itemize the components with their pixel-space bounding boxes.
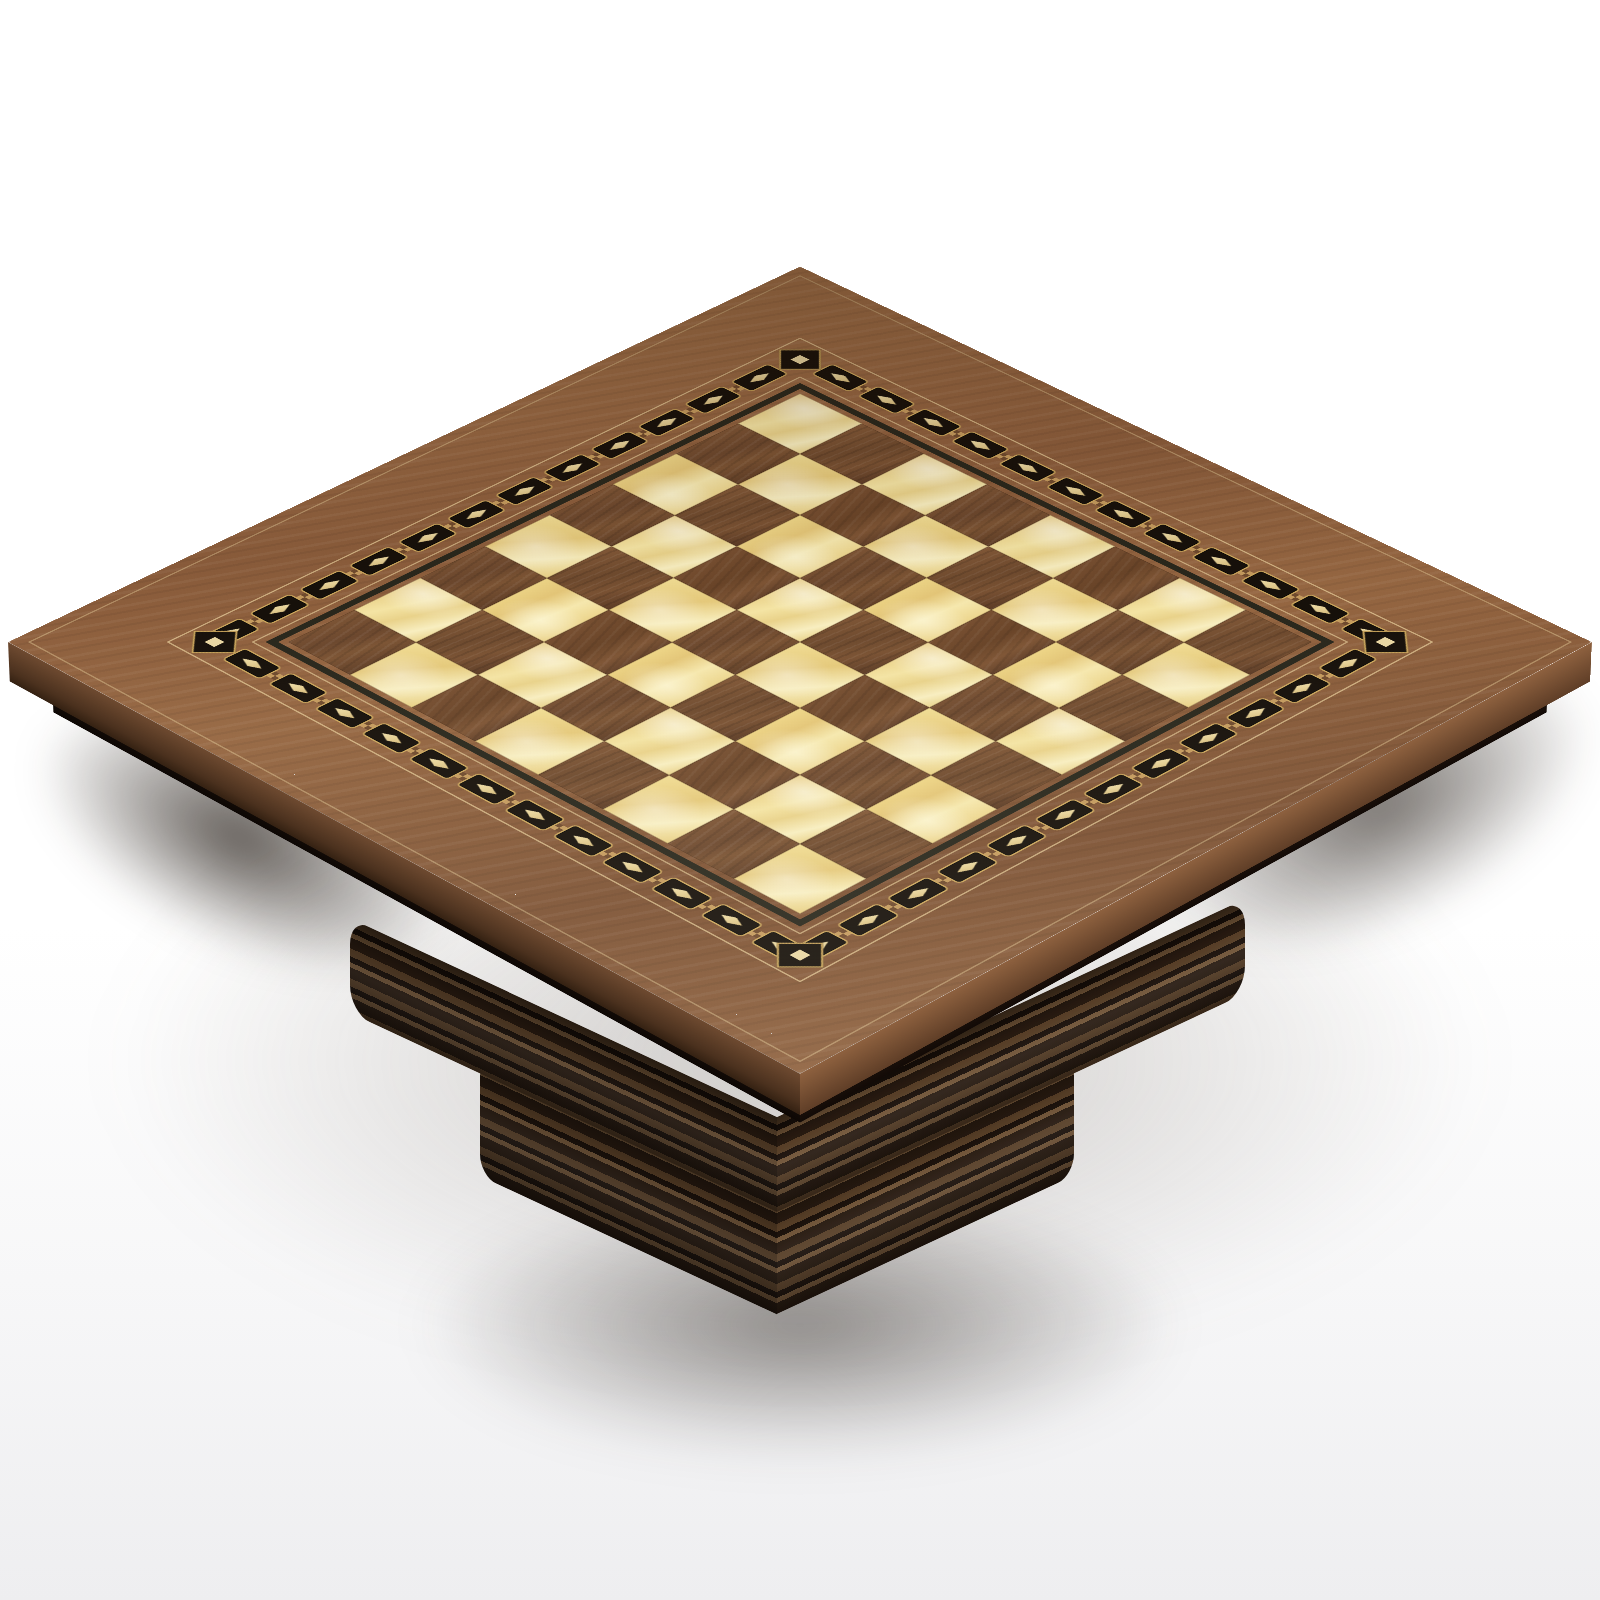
inlay-diamond <box>377 731 406 746</box>
square-e4 <box>736 642 865 708</box>
inlay-motif <box>1082 773 1145 806</box>
inlay-motif <box>650 876 715 910</box>
inlay-checker <box>502 797 519 806</box>
inlay-corner-right <box>1362 631 1408 653</box>
inlay-band-far-right-side <box>804 644 1386 954</box>
inlay-diamond <box>472 781 501 796</box>
inlay-diamond <box>1050 807 1080 823</box>
lighting-sheen <box>8 266 1592 1073</box>
square-e3 <box>671 675 800 741</box>
inlay-checker <box>454 772 471 781</box>
photo-canvas <box>0 0 1600 1600</box>
inlay-diamond <box>1061 484 1089 498</box>
inlay-checker <box>1223 721 1240 730</box>
inlay-diamond <box>413 531 442 545</box>
inlay-diamond <box>1109 507 1138 521</box>
inlay-diamond <box>919 416 947 430</box>
square-d1 <box>475 708 605 775</box>
inlay-motif <box>221 648 283 680</box>
inlay-motif <box>886 876 951 910</box>
inlay-diamond <box>204 637 225 647</box>
square-g3 <box>800 741 931 809</box>
inlay-diamond <box>1241 706 1270 721</box>
inlay-diamond <box>1306 602 1335 617</box>
square-f5 <box>864 642 993 708</box>
square-f3 <box>735 708 865 775</box>
inlay-corner-far <box>779 349 821 369</box>
inlay-diamond <box>803 939 834 955</box>
inlay-diamond <box>315 578 344 592</box>
inlay-diamond <box>717 912 747 928</box>
square-h7 <box>1122 642 1251 708</box>
inlay-diamond <box>1146 756 1175 771</box>
inlay-diamond <box>746 371 774 384</box>
inlay-corner-left <box>191 631 237 653</box>
inlay-diamond <box>1334 656 1363 671</box>
inlay-diamond <box>767 939 798 955</box>
inlay-checker <box>934 876 952 885</box>
inlay-diamond <box>520 807 550 823</box>
inlay-motif <box>984 824 1048 858</box>
inlay-motif <box>314 697 376 729</box>
square-h3 <box>866 775 998 844</box>
inlay-motif <box>1317 648 1379 680</box>
inlay-diamond <box>653 416 681 430</box>
inlay-motif <box>267 672 329 704</box>
inlay-diamond <box>790 355 809 364</box>
square-g1 <box>668 809 800 879</box>
inlay-motif <box>503 798 567 831</box>
inlay-checker <box>313 696 330 705</box>
inlay-checker <box>550 823 568 832</box>
square-e2 <box>605 708 735 775</box>
inlay-motif <box>1224 697 1286 729</box>
inlay-motif <box>785 930 850 965</box>
inlay-checker <box>1032 823 1050 832</box>
inlay-checker <box>1081 797 1098 806</box>
inlay-diamond <box>284 681 313 696</box>
inlay-corner-near <box>777 943 823 968</box>
inlay-diamond <box>618 859 648 875</box>
inlay-diamond <box>569 833 599 849</box>
inlay-diamond <box>1194 731 1223 746</box>
square-b1 <box>350 642 479 708</box>
inlay-diamond <box>953 859 983 875</box>
square-d3 <box>607 642 736 708</box>
inlay-motif <box>551 824 615 858</box>
square-f4 <box>800 675 929 741</box>
inlay-motif <box>455 773 518 806</box>
inlay-motif <box>1271 672 1333 704</box>
inlay-motif <box>408 747 471 780</box>
inlay-diamond <box>1256 578 1285 592</box>
square-h1 <box>733 844 866 914</box>
inlay-diamond <box>424 756 453 771</box>
square-g4 <box>865 708 995 775</box>
inlay-checker <box>1316 672 1333 681</box>
inlay-motif <box>1129 747 1192 780</box>
chess-board <box>8 266 1592 1073</box>
board-field <box>288 394 1312 914</box>
inlay-motif <box>1177 722 1240 755</box>
square-f1 <box>602 775 734 844</box>
inlay-diamond <box>1099 781 1128 796</box>
inlay-motif <box>935 850 999 884</box>
inlay-diamond <box>667 886 697 902</box>
inlay-band-near-right-side <box>214 644 796 954</box>
inlay-diamond <box>699 393 727 406</box>
square-f2 <box>669 741 800 809</box>
inlay-motif <box>600 850 664 884</box>
square-g5 <box>929 675 1058 741</box>
inlay-checker <box>1176 746 1193 755</box>
inlay-checker <box>748 929 766 938</box>
inlay-diamond <box>827 371 855 384</box>
inlay-diamond <box>1207 554 1236 568</box>
inlay-checker <box>648 876 666 885</box>
inlay-checker <box>884 902 902 911</box>
square-c1 <box>412 675 541 741</box>
inlay-diamond <box>873 393 901 406</box>
inlay-diamond <box>558 461 586 475</box>
inlay-diamond <box>789 949 810 960</box>
square-g6 <box>993 642 1122 708</box>
inlay-diamond <box>265 602 294 617</box>
inlay-diamond <box>1375 637 1396 647</box>
square-h2 <box>800 809 932 879</box>
inlay-diamond <box>853 912 883 928</box>
inlay-diamond <box>966 438 994 452</box>
inlay-checker <box>407 746 424 755</box>
inlay-motif <box>836 903 901 938</box>
board-3d <box>8 266 1592 1073</box>
inlay-diamond <box>238 656 267 671</box>
inlay-diamond <box>1014 461 1042 475</box>
inlay-diamond <box>1158 531 1187 545</box>
inlay-diamond <box>364 554 393 568</box>
inlay-checker <box>698 902 716 911</box>
inlay-diamond <box>903 886 933 902</box>
square-e1 <box>538 741 669 809</box>
square-h4 <box>931 741 1062 809</box>
inlay-motif <box>699 903 764 938</box>
square-h5 <box>995 708 1125 775</box>
inlay-diamond <box>1002 833 1032 849</box>
square-c2 <box>478 642 607 708</box>
square-g2 <box>734 775 866 844</box>
square-d2 <box>541 675 670 741</box>
inlay-motif <box>360 722 423 755</box>
inlay-motif <box>1033 798 1097 831</box>
inlay-checker <box>1270 696 1287 705</box>
inlay-checker <box>1128 772 1145 781</box>
inlay-checker <box>983 849 1001 858</box>
perspective-scene <box>0 0 1600 1600</box>
inlay-checker <box>834 929 852 938</box>
inlay-diamond <box>462 507 491 521</box>
inlay-checker <box>267 672 284 681</box>
inlay-motif <box>749 930 814 965</box>
inlay-diamond <box>606 438 634 452</box>
inlay-checker <box>599 849 617 858</box>
inlay-diamond <box>510 484 538 498</box>
square-h6 <box>1059 675 1188 741</box>
inlay-diamond <box>330 706 359 721</box>
inlay-checker <box>360 721 377 730</box>
inlay-diamond <box>1287 681 1316 696</box>
